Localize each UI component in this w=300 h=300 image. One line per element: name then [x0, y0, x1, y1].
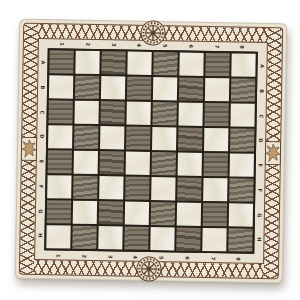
board-square [101, 51, 125, 74]
board-square [73, 201, 97, 224]
board-square [203, 178, 227, 201]
board-square [176, 227, 200, 250]
star-cartouche-icon [265, 141, 281, 165]
board-square [75, 76, 99, 99]
board-square [150, 227, 174, 250]
board-square [98, 226, 122, 249]
board-square [203, 203, 227, 226]
board-square [99, 201, 123, 224]
board-square [231, 53, 255, 76]
board-square [74, 151, 98, 174]
board-square [178, 102, 202, 125]
board-square [177, 202, 201, 225]
board-square [178, 152, 202, 175]
board-square [48, 150, 72, 173]
board-square [127, 77, 151, 100]
board-square [100, 101, 124, 124]
board-square [151, 177, 175, 200]
board-square [48, 125, 72, 148]
board-square [228, 228, 252, 251]
board-square [152, 127, 176, 150]
board-square [229, 178, 253, 201]
square-grid [46, 50, 255, 252]
board-square [74, 126, 98, 149]
board-square [230, 103, 254, 126]
wheel-medallion-icon [136, 256, 162, 282]
board-square [230, 153, 254, 176]
board-square [101, 76, 125, 99]
board-square [231, 78, 255, 101]
playing-field [44, 48, 257, 254]
board-square [125, 202, 149, 225]
wheel-medallion-icon [140, 20, 166, 46]
board-square [73, 176, 97, 199]
board-square [202, 228, 226, 251]
board-square [100, 151, 124, 174]
board-square [229, 203, 253, 226]
board-square [151, 202, 175, 225]
board-square [126, 127, 150, 150]
board-square [177, 177, 201, 200]
board-square [126, 102, 150, 125]
board-square [47, 175, 71, 198]
board-square [179, 52, 203, 75]
chess-board: 12345678 12345678 ABCDEFGH ABCDEFGH [15, 19, 287, 284]
board-square [47, 200, 71, 223]
star-cartouche-icon [21, 137, 37, 161]
board-square [153, 52, 177, 75]
board-square [49, 75, 73, 98]
board-square [100, 126, 124, 149]
board-square [46, 225, 70, 248]
board-square [49, 50, 73, 73]
board-square [152, 102, 176, 125]
board-square [178, 127, 202, 150]
board-square [74, 101, 98, 124]
board-square [205, 78, 229, 101]
board-square [204, 153, 228, 176]
board-square [126, 152, 150, 175]
board-square [204, 128, 228, 151]
board-square [99, 176, 123, 199]
board-square [48, 100, 72, 123]
board-square [127, 52, 151, 75]
board-square [230, 128, 254, 151]
board-square [205, 53, 229, 76]
board-square [204, 103, 228, 126]
board-square [125, 177, 149, 200]
board-square [124, 227, 148, 250]
board-square [179, 77, 203, 100]
board-square [152, 152, 176, 175]
board-square [153, 77, 177, 100]
board-square [72, 226, 96, 249]
board-square [75, 51, 99, 74]
